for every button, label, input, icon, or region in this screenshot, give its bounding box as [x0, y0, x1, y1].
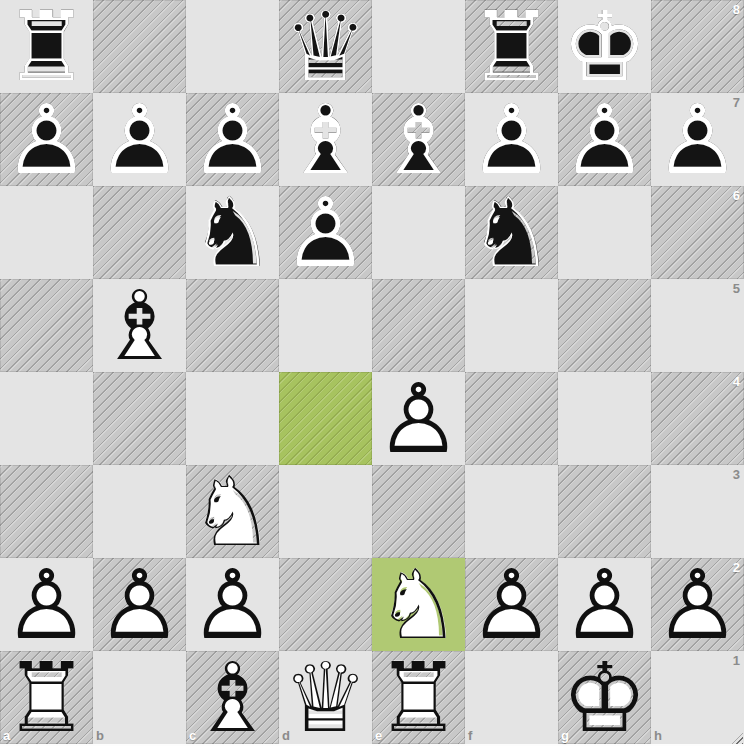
square-h3[interactable]: 3 — [651, 465, 744, 558]
black-pawn[interactable]: ♟♙ — [651, 93, 744, 186]
coord-rank-4: 4 — [733, 374, 740, 389]
black-queen[interactable]: ♛♕ — [279, 0, 372, 93]
white-pawn[interactable]: ♟♙ — [186, 558, 279, 651]
square-f7[interactable]: ♟♙ — [465, 93, 558, 186]
black-pawn[interactable]: ♟♙ — [0, 93, 93, 186]
coord-file-b: b — [96, 728, 104, 743]
square-g8[interactable]: ♚♔ — [558, 0, 651, 93]
square-g4[interactable] — [558, 372, 651, 465]
square-c7[interactable]: ♟♙ — [186, 93, 279, 186]
white-knight[interactable]: ♞♘ — [186, 465, 279, 558]
square-h2[interactable]: ♟♙2 — [651, 558, 744, 651]
square-d3[interactable] — [279, 465, 372, 558]
square-d5[interactable] — [279, 279, 372, 372]
white-bishop[interactable]: ♝♗ — [186, 651, 279, 744]
square-f3[interactable] — [465, 465, 558, 558]
square-f1[interactable]: f — [465, 651, 558, 744]
chess-board: ♜♖♛♕♜♖♚♔8♟♙♟♙♟♙♝♗♝♗♟♙♟♙♟♙7♞♘♟♙♞♘6♝♗5♟♙4♞… — [0, 0, 744, 744]
black-pawn[interactable]: ♟♙ — [558, 93, 651, 186]
coord-rank-3: 3 — [733, 467, 740, 482]
square-e6[interactable] — [372, 186, 465, 279]
black-pawn[interactable]: ♟♙ — [186, 93, 279, 186]
square-h7[interactable]: ♟♙7 — [651, 93, 744, 186]
black-rook[interactable]: ♜♖ — [465, 0, 558, 93]
black-pawn[interactable]: ♟♙ — [465, 93, 558, 186]
square-e5[interactable] — [372, 279, 465, 372]
black-pawn[interactable]: ♟♙ — [93, 93, 186, 186]
square-h1[interactable]: 1h — [651, 651, 744, 744]
black-king[interactable]: ♚♔ — [558, 0, 651, 93]
coord-file-h: h — [654, 728, 662, 743]
square-e8[interactable] — [372, 0, 465, 93]
black-pawn[interactable]: ♟♙ — [279, 186, 372, 279]
white-pawn[interactable]: ♟♙ — [372, 372, 465, 465]
square-a4[interactable] — [0, 372, 93, 465]
square-g2[interactable]: ♟♙ — [558, 558, 651, 651]
white-rook[interactable]: ♜♖ — [0, 651, 93, 744]
white-pawn[interactable]: ♟♙ — [0, 558, 93, 651]
coord-rank-6: 6 — [733, 188, 740, 203]
square-f2[interactable]: ♟♙ — [465, 558, 558, 651]
coord-file-f: f — [468, 728, 472, 743]
square-g3[interactable] — [558, 465, 651, 558]
square-a1[interactable]: ♜♖a — [0, 651, 93, 744]
square-e2[interactable]: ♞♘ — [372, 558, 465, 651]
square-c4[interactable] — [186, 372, 279, 465]
square-c5[interactable] — [186, 279, 279, 372]
coord-rank-5: 5 — [733, 281, 740, 296]
square-e1[interactable]: ♜♖e — [372, 651, 465, 744]
square-b5[interactable]: ♝♗ — [93, 279, 186, 372]
white-pawn[interactable]: ♟♙ — [465, 558, 558, 651]
square-b4[interactable] — [93, 372, 186, 465]
white-bishop[interactable]: ♝♗ — [93, 279, 186, 372]
square-d7[interactable]: ♝♗ — [279, 93, 372, 186]
square-f6[interactable]: ♞♘ — [465, 186, 558, 279]
coord-rank-8: 8 — [733, 2, 740, 17]
white-pawn[interactable]: ♟♙ — [651, 558, 744, 651]
square-d4[interactable] — [279, 372, 372, 465]
white-pawn[interactable]: ♟♙ — [558, 558, 651, 651]
square-a5[interactable] — [0, 279, 93, 372]
square-a8[interactable]: ♜♖ — [0, 0, 93, 93]
black-bishop[interactable]: ♝♗ — [279, 93, 372, 186]
square-e4[interactable]: ♟♙ — [372, 372, 465, 465]
square-c6[interactable]: ♞♘ — [186, 186, 279, 279]
black-knight[interactable]: ♞♘ — [186, 186, 279, 279]
square-e3[interactable] — [372, 465, 465, 558]
square-g5[interactable] — [558, 279, 651, 372]
square-e7[interactable]: ♝♗ — [372, 93, 465, 186]
square-d2[interactable] — [279, 558, 372, 651]
square-f8[interactable]: ♜♖ — [465, 0, 558, 93]
square-h5[interactable]: 5 — [651, 279, 744, 372]
square-b2[interactable]: ♟♙ — [93, 558, 186, 651]
square-c2[interactable]: ♟♙ — [186, 558, 279, 651]
square-h6[interactable]: 6 — [651, 186, 744, 279]
coord-rank-1: 1 — [733, 653, 740, 668]
square-b8[interactable] — [93, 0, 186, 93]
white-king[interactable]: ♚♔ — [558, 651, 651, 744]
white-pawn[interactable]: ♟♙ — [93, 558, 186, 651]
black-rook[interactable]: ♜♖ — [0, 0, 93, 93]
square-h4[interactable]: 4 — [651, 372, 744, 465]
square-d8[interactable]: ♛♕ — [279, 0, 372, 93]
square-b1[interactable]: b — [93, 651, 186, 744]
square-c3[interactable]: ♞♘ — [186, 465, 279, 558]
square-g1[interactable]: ♚♔g — [558, 651, 651, 744]
square-g6[interactable] — [558, 186, 651, 279]
white-knight[interactable]: ♞♘ — [372, 558, 465, 651]
square-c8[interactable] — [186, 0, 279, 93]
square-f4[interactable] — [465, 372, 558, 465]
square-b7[interactable]: ♟♙ — [93, 93, 186, 186]
white-queen[interactable]: ♛♕ — [279, 651, 372, 744]
square-b6[interactable] — [93, 186, 186, 279]
square-b3[interactable] — [93, 465, 186, 558]
black-knight[interactable]: ♞♘ — [465, 186, 558, 279]
square-a3[interactable] — [0, 465, 93, 558]
square-h8[interactable]: 8 — [651, 0, 744, 93]
black-bishop[interactable]: ♝♗ — [372, 93, 465, 186]
square-f5[interactable] — [465, 279, 558, 372]
square-a6[interactable] — [0, 186, 93, 279]
white-rook[interactable]: ♜♖ — [372, 651, 465, 744]
square-a7[interactable]: ♟♙ — [0, 93, 93, 186]
square-d6[interactable]: ♟♙ — [279, 186, 372, 279]
square-c1[interactable]: ♝♗c — [186, 651, 279, 744]
square-g7[interactable]: ♟♙ — [558, 93, 651, 186]
square-a2[interactable]: ♟♙ — [0, 558, 93, 651]
square-d1[interactable]: ♛♕d — [279, 651, 372, 744]
